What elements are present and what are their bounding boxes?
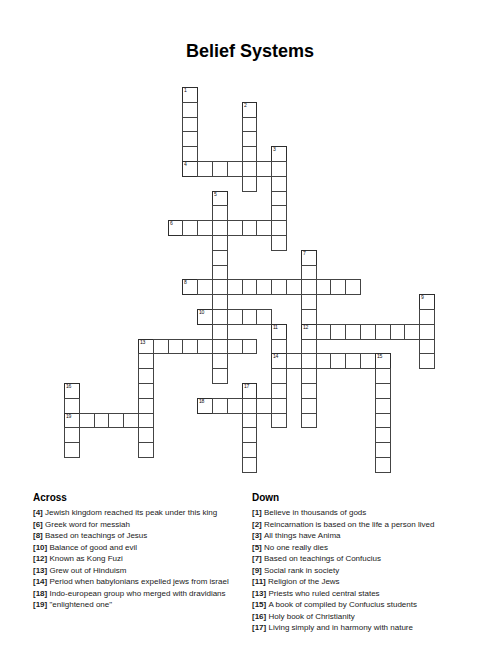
grid-cell[interactable] bbox=[212, 265, 228, 281]
grid-cell[interactable] bbox=[375, 442, 391, 458]
grid-cell[interactable] bbox=[316, 353, 332, 369]
grid-cell[interactable] bbox=[271, 279, 287, 295]
clue-number: [5] bbox=[252, 543, 264, 552]
grid-cell[interactable]: 1 bbox=[182, 87, 198, 103]
clue-item: [17] Living simply and in harmony with n… bbox=[252, 622, 494, 634]
grid-cell[interactable] bbox=[375, 427, 391, 443]
worksheet-page: Belief Systems 1234567891011121314151617… bbox=[0, 0, 500, 647]
grid-cell[interactable] bbox=[256, 279, 272, 295]
clue-item: [3] All things have Anima bbox=[252, 530, 494, 542]
grid-cell[interactable]: 15 bbox=[375, 353, 391, 369]
grid-cell[interactable] bbox=[242, 413, 258, 429]
grid-cell[interactable] bbox=[271, 368, 287, 384]
grid-cell[interactable] bbox=[212, 220, 228, 236]
grid-cell[interactable] bbox=[330, 279, 346, 295]
grid-cell[interactable] bbox=[227, 339, 243, 355]
cell-number: 10 bbox=[199, 310, 204, 315]
grid-cell[interactable] bbox=[182, 117, 198, 133]
grid-cell[interactable] bbox=[375, 368, 391, 384]
grid-cell[interactable] bbox=[153, 339, 169, 355]
grid-cell[interactable]: 14 bbox=[271, 353, 287, 369]
grid-cell[interactable] bbox=[330, 353, 346, 369]
clue-item: [4] Jewish kingdom reached its peak unde… bbox=[33, 507, 247, 519]
clue-number: [9] bbox=[252, 566, 264, 575]
down-clues: [1] Believe in thousands of gods[2] Rein… bbox=[252, 507, 494, 634]
grid-cell[interactable] bbox=[330, 324, 346, 340]
clue-number: [13] bbox=[252, 589, 268, 598]
cell-number: 15 bbox=[377, 354, 382, 359]
grid-cell[interactable] bbox=[242, 427, 258, 443]
grid-cell[interactable] bbox=[227, 220, 243, 236]
clue-item: [9] Social rank in society bbox=[252, 565, 494, 577]
grid-cell[interactable] bbox=[375, 457, 391, 473]
grid-cell[interactable] bbox=[316, 324, 332, 340]
grid-cell[interactable] bbox=[242, 309, 258, 325]
grid-cell[interactable] bbox=[242, 161, 258, 177]
grid-cell[interactable] bbox=[345, 279, 361, 295]
clue-number: [16] bbox=[252, 612, 268, 621]
grid-cell[interactable] bbox=[242, 442, 258, 458]
clue-item: [6] Greek word for messiah bbox=[33, 519, 247, 531]
grid-cell[interactable] bbox=[212, 324, 228, 340]
clue-item: [16] Holy book of Christianity bbox=[252, 611, 494, 623]
clue-item: [18] Indo-european group who merged with… bbox=[33, 588, 247, 600]
grid-cell[interactable] bbox=[197, 339, 213, 355]
cell-number: 7 bbox=[303, 251, 305, 256]
clue-item: [5] No one really dies bbox=[252, 542, 494, 554]
grid-cell[interactable] bbox=[227, 398, 243, 414]
grid-cell[interactable] bbox=[360, 324, 376, 340]
grid-cell[interactable] bbox=[271, 161, 287, 177]
grid-cell[interactable] bbox=[345, 324, 361, 340]
grid-cell[interactable] bbox=[212, 353, 228, 369]
grid-cell[interactable] bbox=[271, 205, 287, 221]
clue-number: [1] bbox=[252, 508, 264, 517]
grid-cell[interactable] bbox=[345, 353, 361, 369]
grid-cell[interactable] bbox=[138, 383, 154, 399]
grid-cell[interactable] bbox=[390, 324, 406, 340]
grid-cell[interactable]: 16 bbox=[64, 383, 80, 399]
grid-cell[interactable]: 4 bbox=[182, 161, 198, 177]
down-header: Down bbox=[252, 492, 494, 503]
grid-cell[interactable] bbox=[182, 131, 198, 147]
grid-cell[interactable] bbox=[138, 398, 154, 414]
grid-cell[interactable] bbox=[212, 161, 228, 177]
grid-cell[interactable] bbox=[419, 324, 435, 340]
cell-number: 6 bbox=[170, 221, 172, 226]
cell-number: 14 bbox=[273, 354, 278, 359]
grid-cell[interactable] bbox=[138, 427, 154, 443]
grid-cell[interactable] bbox=[375, 398, 391, 414]
grid-cell[interactable] bbox=[375, 383, 391, 399]
grid-cell[interactable] bbox=[256, 398, 272, 414]
cell-number: 2 bbox=[244, 103, 246, 108]
clue-number: [3] bbox=[252, 531, 264, 540]
clue-item: [19] "enlightened one" bbox=[33, 599, 247, 611]
clue-number: [11] bbox=[252, 577, 268, 586]
clue-item: [8] Based on teachings of Jesus bbox=[33, 530, 247, 542]
cell-number: 1 bbox=[184, 88, 186, 93]
grid-cell[interactable] bbox=[271, 220, 287, 236]
cell-number: 8 bbox=[184, 280, 186, 285]
clue-item: [10] Balance of good and evil bbox=[33, 542, 247, 554]
grid-cell[interactable] bbox=[138, 413, 154, 429]
grid-cell[interactable] bbox=[168, 339, 184, 355]
grid-cell[interactable] bbox=[212, 250, 228, 266]
clue-item: [14] Period when babylonians expelled je… bbox=[33, 576, 247, 588]
grid-cell[interactable] bbox=[301, 383, 317, 399]
crossword-grid: 12345678910111213141516171819 bbox=[64, 87, 434, 472]
grid-cell[interactable] bbox=[212, 368, 228, 384]
grid-cell[interactable] bbox=[123, 413, 139, 429]
grid-cell[interactable]: 12 bbox=[301, 324, 317, 340]
grid-cell[interactable] bbox=[301, 398, 317, 414]
grid-cell[interactable] bbox=[79, 413, 95, 429]
cell-number: 12 bbox=[303, 325, 308, 330]
cell-number: 4 bbox=[184, 162, 186, 167]
cell-number: 13 bbox=[140, 340, 145, 345]
across-clues: [4] Jewish kingdom reached its peak unde… bbox=[33, 507, 247, 611]
clue-item: [11] Religion of the Jews bbox=[252, 576, 494, 588]
grid-cell[interactable] bbox=[197, 279, 213, 295]
grid-cell[interactable] bbox=[138, 368, 154, 384]
grid-cell[interactable] bbox=[301, 265, 317, 281]
grid-cell[interactable] bbox=[108, 413, 124, 429]
cell-number: 18 bbox=[199, 399, 204, 404]
grid-cell[interactable] bbox=[227, 161, 243, 177]
grid-cell[interactable] bbox=[212, 339, 228, 355]
grid-cell[interactable] bbox=[301, 339, 317, 355]
clue-number: [15] bbox=[252, 600, 268, 609]
grid-cell[interactable]: 19 bbox=[64, 413, 80, 429]
clue-number: [12] bbox=[33, 554, 49, 563]
clue-item: [7] Based on teachings of Confucius bbox=[252, 553, 494, 565]
grid-cell[interactable] bbox=[271, 413, 287, 429]
grid-cell[interactable] bbox=[242, 176, 258, 192]
cell-number: 9 bbox=[421, 295, 423, 300]
grid-cell[interactable] bbox=[256, 220, 272, 236]
grid-cell[interactable] bbox=[227, 279, 243, 295]
down-clue-list: Down [1] Believe in thousands of gods[2]… bbox=[252, 492, 494, 634]
grid-cell[interactable] bbox=[182, 220, 198, 236]
grid-cell[interactable] bbox=[212, 294, 228, 310]
grid-cell[interactable] bbox=[94, 413, 110, 429]
grid-cell[interactable]: 7 bbox=[301, 250, 317, 266]
grid-cell[interactable] bbox=[419, 339, 435, 355]
grid-cell[interactable] bbox=[301, 279, 317, 295]
clue-number: [18] bbox=[33, 589, 49, 598]
clue-number: [13] bbox=[33, 566, 49, 575]
grid-cell[interactable] bbox=[256, 309, 272, 325]
clue-number: [6] bbox=[33, 520, 45, 529]
clue-number: [2] bbox=[252, 520, 264, 529]
clue-number: [7] bbox=[252, 554, 264, 563]
grid-cell[interactable]: 13 bbox=[138, 339, 154, 355]
grid-cell[interactable] bbox=[64, 442, 80, 458]
grid-cell[interactable] bbox=[242, 339, 258, 355]
grid-cell[interactable] bbox=[212, 235, 228, 251]
grid-cell[interactable] bbox=[64, 398, 80, 414]
cell-number: 11 bbox=[273, 325, 277, 330]
grid-cell[interactable] bbox=[419, 353, 435, 369]
grid-cell[interactable]: 5 bbox=[212, 191, 228, 207]
grid-cell[interactable] bbox=[182, 339, 198, 355]
puzzle-title: Belief Systems bbox=[0, 41, 500, 62]
clue-number: [4] bbox=[33, 508, 45, 517]
grid-cell[interactable] bbox=[301, 413, 317, 429]
grid-cell[interactable]: 6 bbox=[168, 220, 184, 236]
grid-cell[interactable] bbox=[242, 457, 258, 473]
grid-cell[interactable]: 11 bbox=[271, 324, 287, 340]
clue-number: [14] bbox=[33, 577, 49, 586]
grid-cell[interactable] bbox=[242, 220, 258, 236]
grid-cell[interactable] bbox=[301, 353, 317, 369]
grid-cell[interactable] bbox=[301, 309, 317, 325]
grid-cell[interactable] bbox=[242, 117, 258, 133]
grid-cell[interactable] bbox=[138, 442, 154, 458]
grid-cell[interactable] bbox=[212, 309, 228, 325]
grid-cell[interactable]: 3 bbox=[271, 146, 287, 162]
grid-cell[interactable] bbox=[197, 220, 213, 236]
across-clue-list: Across [4] Jewish kingdom reached its pe… bbox=[33, 492, 247, 611]
grid-cell[interactable] bbox=[375, 413, 391, 429]
cell-number: 19 bbox=[66, 414, 71, 419]
grid-cell[interactable] bbox=[360, 353, 376, 369]
grid-cell[interactable] bbox=[256, 161, 272, 177]
grid-cell[interactable] bbox=[286, 353, 302, 369]
grid-cell[interactable] bbox=[212, 205, 228, 221]
grid-cell[interactable]: 8 bbox=[182, 279, 198, 295]
grid-cell[interactable] bbox=[271, 339, 287, 355]
grid-cell[interactable] bbox=[227, 309, 243, 325]
cell-number: 17 bbox=[244, 384, 249, 389]
clue-item: [2] Reincarnation is based on the life a… bbox=[252, 519, 494, 531]
grid-cell[interactable] bbox=[182, 146, 198, 162]
clue-number: [19] bbox=[33, 600, 49, 609]
grid-cell[interactable] bbox=[301, 294, 317, 310]
grid-cell[interactable] bbox=[64, 427, 80, 443]
grid-cell[interactable] bbox=[212, 398, 228, 414]
grid-cell[interactable] bbox=[404, 324, 420, 340]
grid-cell[interactable]: 18 bbox=[197, 398, 213, 414]
clue-item: [13] Priests who ruled central states bbox=[252, 588, 494, 600]
clue-item: [1] Believe in thousands of gods bbox=[252, 507, 494, 519]
grid-cell[interactable] bbox=[271, 398, 287, 414]
grid-cell[interactable] bbox=[286, 279, 302, 295]
grid-cell[interactable] bbox=[419, 309, 435, 325]
clue-number: [17] bbox=[252, 623, 268, 632]
grid-cell[interactable] bbox=[242, 146, 258, 162]
grid-cell[interactable] bbox=[182, 102, 198, 118]
grid-cell[interactable] bbox=[271, 176, 287, 192]
grid-cell[interactable] bbox=[242, 131, 258, 147]
grid-cell[interactable] bbox=[242, 398, 258, 414]
grid-cell[interactable]: 10 bbox=[197, 309, 213, 325]
grid-cell[interactable] bbox=[375, 324, 391, 340]
clue-number: [8] bbox=[33, 531, 45, 540]
grid-cell[interactable] bbox=[138, 353, 154, 369]
clue-item: [13] Grew out of Hinduism bbox=[33, 565, 247, 577]
grid-cell[interactable]: 17 bbox=[242, 383, 258, 399]
grid-cell[interactable] bbox=[212, 279, 228, 295]
grid-cell[interactable] bbox=[271, 191, 287, 207]
cell-number: 3 bbox=[273, 147, 275, 152]
clue-item: [15] A book of compiled by Confucius stu… bbox=[252, 599, 494, 611]
grid-cell[interactable] bbox=[197, 161, 213, 177]
across-header: Across bbox=[33, 492, 247, 503]
grid-cell[interactable] bbox=[316, 279, 332, 295]
grid-cell[interactable] bbox=[301, 368, 317, 384]
grid-cell[interactable]: 2 bbox=[242, 102, 258, 118]
cell-number: 5 bbox=[214, 192, 216, 197]
grid-cell[interactable] bbox=[271, 235, 287, 251]
grid-cell[interactable] bbox=[271, 383, 287, 399]
clue-item: [12] Known as Kong Fuzi bbox=[33, 553, 247, 565]
cell-number: 16 bbox=[66, 384, 71, 389]
grid-cell[interactable]: 9 bbox=[419, 294, 435, 310]
grid-cell[interactable] bbox=[242, 279, 258, 295]
clue-number: [10] bbox=[33, 543, 49, 552]
